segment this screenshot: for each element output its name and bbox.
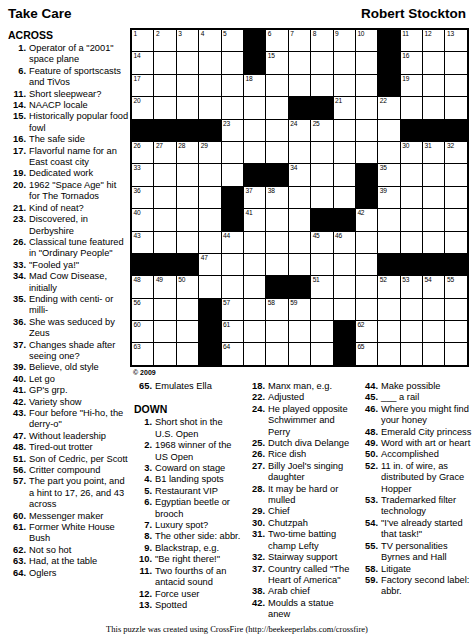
clue-item: 64.Oglers (8, 568, 129, 579)
black-cell-5-13 (401, 120, 422, 141)
cell-number: 20 (134, 97, 141, 105)
clue-number: 60. (8, 511, 29, 522)
cell-11-6[interactable] (244, 254, 265, 275)
cell-2-14[interactable] (423, 52, 444, 73)
cell-12-3[interactable]: 50 (177, 276, 198, 297)
cell-13-5[interactable]: 57 (222, 299, 243, 320)
cell-9-8[interactable] (289, 209, 310, 230)
cell-7-9[interactable] (311, 164, 332, 185)
cell-7-13[interactable] (401, 164, 422, 185)
clue-item: 58.Litigate (360, 564, 472, 575)
clue-text: Dutch diva Delange (268, 438, 356, 449)
clue-item: 49.Word with art or heart (360, 438, 472, 449)
cell-15-2[interactable] (154, 343, 175, 364)
cell-8-8[interactable] (289, 187, 310, 208)
cell-14-6[interactable] (244, 321, 265, 342)
cell-6-13[interactable]: 30 (401, 142, 422, 163)
cell-7-3[interactable] (177, 164, 198, 185)
clue-text: The other side: abbr. (155, 531, 242, 542)
cell-10-4[interactable] (199, 232, 220, 253)
cell-1-11[interactable]: 10 (356, 30, 377, 51)
cell-14-14[interactable] (423, 321, 444, 342)
clue-number: 42. (247, 598, 268, 621)
cell-12-5[interactable] (222, 276, 243, 297)
cell-12-15[interactable]: 55 (445, 276, 466, 297)
clue-item: 9.Blackstrap, e.g. (134, 543, 242, 554)
cell-number: 13 (447, 30, 454, 38)
cell-13-12[interactable] (378, 299, 399, 320)
author: Robert Stockton (361, 6, 466, 21)
cell-13-7[interactable]: 58 (266, 299, 287, 320)
cell-13-1[interactable]: 56 (132, 299, 153, 320)
cell-9-4[interactable] (199, 209, 220, 230)
cell-3-8[interactable] (289, 75, 310, 96)
black-cell-1-12 (378, 30, 399, 51)
cell-6-10[interactable] (334, 142, 355, 163)
cell-14-3[interactable] (177, 321, 198, 342)
cell-number: 57 (223, 299, 230, 307)
cell-10-7[interactable] (266, 232, 287, 253)
clue-number: 23. (8, 214, 29, 237)
cell-5-5[interactable]: 23 (222, 120, 243, 141)
cell-4-15[interactable] (445, 97, 466, 118)
clue-item: 42.Variety show (8, 397, 129, 408)
cell-4-14[interactable] (423, 97, 444, 118)
clue-item: 26.Classical tune featured in "Ordinary … (8, 237, 129, 260)
cell-10-11[interactable] (356, 232, 377, 253)
cell-14-1[interactable]: 60 (132, 321, 153, 342)
cell-4-11[interactable] (356, 97, 377, 118)
clue-item: 12.Force user (134, 589, 242, 600)
cell-number: 23 (223, 120, 230, 128)
clue-text: Adjusted (268, 392, 356, 403)
cell-4-6[interactable] (244, 97, 265, 118)
cell-11-7[interactable] (266, 254, 287, 275)
cell-8-6[interactable]: 37 (244, 187, 265, 208)
cell-6-4[interactable]: 29 (199, 142, 220, 163)
cell-1-10[interactable]: 9 (334, 30, 355, 51)
cell-11-8[interactable] (289, 254, 310, 275)
clue-item: 62.Not so hot (8, 545, 129, 556)
cell-10-6[interactable] (244, 232, 265, 253)
cell-14-7[interactable] (266, 321, 287, 342)
cell-13-13[interactable] (401, 299, 422, 320)
cell-2-13[interactable]: 16 (401, 52, 422, 73)
clue-item: 30.Chutzpah (247, 518, 356, 529)
cell-9-12[interactable] (378, 209, 399, 230)
down-clue-list-3: 44.Make possible45.___ a rail46.Where yo… (360, 381, 472, 598)
across-header: ACROSS (8, 29, 129, 41)
clue-number: 57. (8, 476, 29, 510)
clue-number: 47. (8, 431, 29, 442)
cell-3-9[interactable] (311, 75, 332, 96)
black-cell-11-14 (423, 254, 444, 275)
cell-15-7[interactable] (266, 343, 287, 364)
clue-number: 11. (134, 566, 155, 589)
cell-1-15[interactable]: 13 (445, 30, 466, 51)
clue-item: 42.Moulds a statue anew (247, 598, 356, 621)
clue-number: 15. (8, 111, 29, 134)
cell-13-10[interactable] (334, 299, 355, 320)
cell-number: 25 (313, 120, 320, 128)
cell-11-9[interactable] (311, 254, 332, 275)
cell-number: 36 (134, 187, 141, 195)
clue-item: 61.Former White House Bush (8, 522, 129, 545)
cell-11-11[interactable] (356, 254, 377, 275)
cell-8-9[interactable] (311, 187, 332, 208)
cell-8-2[interactable] (154, 187, 175, 208)
cell-14-13[interactable] (401, 321, 422, 342)
clue-text: It may be hard or mulled (268, 484, 356, 507)
clue-item: 47.Without leadership (8, 431, 129, 442)
clue-text: Let go (29, 374, 129, 385)
clue-number: 3. (134, 463, 155, 474)
cell-number: 29 (201, 142, 208, 150)
clue-item: 25.Dutch diva Delange (247, 438, 356, 449)
cell-1-5[interactable]: 5 (222, 30, 243, 51)
cell-3-1[interactable]: 17 (132, 75, 153, 96)
cell-6-11[interactable] (356, 142, 377, 163)
cell-8-13[interactable] (401, 187, 422, 208)
cell-13-3[interactable] (177, 299, 198, 320)
cell-5-11[interactable] (356, 120, 377, 141)
cell-9-6[interactable]: 41 (244, 209, 265, 230)
clue-item: 11.Two fourths of an antacid sound (134, 566, 242, 589)
cell-number: 11 (402, 30, 408, 38)
cell-10-13[interactable] (401, 232, 422, 253)
cell-7-14[interactable] (423, 164, 444, 185)
clue-item: 10."Be right there!" (134, 554, 242, 565)
cell-3-7[interactable] (266, 75, 287, 96)
cell-2-7[interactable]: 15 (266, 52, 287, 73)
cell-15-15[interactable] (445, 343, 466, 364)
across-clue-list-overflow: 65.Emulates Ella (134, 381, 242, 392)
clue-number: 45. (360, 392, 381, 403)
cell-6-1[interactable]: 26 (132, 142, 153, 163)
cell-10-9[interactable]: 45 (311, 232, 332, 253)
clue-column-2: 65.Emulates Ella DOWN 1.Short shot in th… (134, 381, 242, 611)
cell-6-9[interactable] (311, 142, 332, 163)
cell-6-5[interactable] (222, 142, 243, 163)
clue-number: 49. (360, 438, 381, 449)
cell-14-8[interactable] (289, 321, 310, 342)
cell-3-10[interactable] (334, 75, 355, 96)
cell-10-14[interactable] (423, 232, 444, 253)
clue-number: 53. (360, 495, 381, 518)
cell-7-12[interactable]: 35 (378, 164, 399, 185)
cell-1-1[interactable]: 1 (132, 30, 153, 51)
spacer (134, 392, 242, 403)
clue-item: 51.Son of Cedric, per Scott (8, 454, 129, 465)
black-cell-2-12 (378, 52, 399, 73)
cell-4-2[interactable] (154, 97, 175, 118)
cell-2-9[interactable] (311, 52, 332, 73)
cell-3-14[interactable] (423, 75, 444, 96)
cell-number: 41 (245, 209, 252, 217)
clue-item: 7.Luxury spot? (134, 520, 242, 531)
clue-item: 36.She was seduced by Zeus (8, 317, 129, 340)
cell-11-4[interactable]: 47 (199, 254, 220, 275)
clue-text: Not so hot (29, 545, 129, 556)
cell-1-7[interactable]: 6 (266, 30, 287, 51)
cell-15-12[interactable] (378, 343, 399, 364)
cell-7-10[interactable] (334, 164, 355, 185)
clue-item: 28.It may be hard or mulled (247, 484, 356, 507)
clue-text: "Fooled ya!" (29, 260, 129, 271)
cell-9-1[interactable]: 40 (132, 209, 153, 230)
cell-8-12[interactable]: 39 (378, 187, 399, 208)
cell-number: 39 (380, 187, 387, 195)
cell-5-9[interactable]: 25 (311, 120, 332, 141)
cell-number: 21 (335, 97, 342, 105)
cell-6-14[interactable]: 31 (423, 142, 444, 163)
cell-4-12[interactable]: 22 (378, 97, 399, 118)
cell-9-2[interactable] (154, 209, 175, 230)
cell-6-12[interactable] (378, 142, 399, 163)
clue-item: 3.Coward on stage (134, 463, 242, 474)
cell-6-8[interactable] (289, 142, 310, 163)
clue-item: 35.Ending with centi- or milli- (8, 294, 129, 317)
black-cell-7-7 (266, 164, 287, 185)
cell-12-10[interactable] (334, 276, 355, 297)
cell-4-3[interactable] (177, 97, 198, 118)
cell-13-15[interactable] (445, 299, 466, 320)
clue-number: 48. (8, 442, 29, 453)
cell-11-5[interactable] (222, 254, 243, 275)
cell-8-15[interactable] (445, 187, 466, 208)
clue-item: 5.Restaurant VIP (134, 486, 242, 497)
clue-text: Historically popular food fowl (29, 111, 129, 134)
clue-item: 43.Four before "Hi-ho, the derry-o" (8, 408, 129, 431)
cell-7-4[interactable] (199, 164, 220, 185)
cell-6-2[interactable]: 27 (154, 142, 175, 163)
cell-number: 15 (268, 52, 275, 60)
cell-number: 27 (156, 142, 163, 150)
cell-10-1[interactable]: 43 (132, 232, 153, 253)
cell-3-13[interactable]: 19 (401, 75, 422, 96)
clue-text: Egyptian beetle or brooch (155, 497, 242, 520)
cell-number: 37 (245, 187, 252, 195)
cell-1-2[interactable]: 2 (154, 30, 175, 51)
clue-number: 24. (247, 404, 268, 438)
cell-10-10[interactable]: 46 (334, 232, 355, 253)
cell-14-12[interactable] (378, 321, 399, 342)
clue-item: 56.Critter compound (8, 465, 129, 476)
cell-6-7[interactable] (266, 142, 287, 163)
cell-3-4[interactable] (199, 75, 220, 96)
cell-15-13[interactable] (401, 343, 422, 364)
cell-9-3[interactable] (177, 209, 198, 230)
clue-number: 18. (247, 381, 268, 392)
header: Take Care Robert Stockton (8, 6, 466, 21)
cell-4-1[interactable]: 20 (132, 97, 153, 118)
clue-number: 4. (134, 474, 155, 485)
cell-9-15[interactable] (445, 209, 466, 230)
clue-text: Had, at the table (29, 556, 129, 567)
cell-9-14[interactable] (423, 209, 444, 230)
clue-item: 45.___ a rail (360, 392, 472, 403)
cell-12-4[interactable] (199, 276, 220, 297)
cell-13-6[interactable] (244, 299, 265, 320)
cell-10-12[interactable] (378, 232, 399, 253)
cell-4-10[interactable]: 21 (334, 97, 355, 118)
cell-14-2[interactable] (154, 321, 175, 342)
cell-4-4[interactable] (199, 97, 220, 118)
cell-1-3[interactable]: 3 (177, 30, 198, 51)
cell-number: 28 (178, 142, 185, 150)
cell-10-5[interactable]: 44 (222, 232, 243, 253)
cell-10-8[interactable] (289, 232, 310, 253)
clue-item: 22.Adjusted (247, 392, 356, 403)
cell-15-3[interactable] (177, 343, 198, 364)
cell-3-2[interactable] (154, 75, 175, 96)
black-cell-14-10 (334, 321, 355, 342)
cell-8-1[interactable]: 36 (132, 187, 153, 208)
clue-text: Dedicated work (29, 168, 129, 179)
cell-9-13[interactable] (401, 209, 422, 230)
cell-7-2[interactable] (154, 164, 175, 185)
cell-15-14[interactable] (423, 343, 444, 364)
black-cell-5-14 (423, 120, 444, 141)
cell-4-7[interactable] (266, 97, 287, 118)
cell-10-3[interactable] (177, 232, 198, 253)
clue-item: 37.Changes shade after seeing one? (8, 340, 129, 363)
cell-number: 17 (134, 75, 141, 83)
cell-13-11[interactable] (356, 299, 377, 320)
cell-6-6[interactable] (244, 142, 265, 163)
clue-item: 48.Tired-out trotter (8, 442, 129, 453)
cell-12-1[interactable]: 48 (132, 276, 153, 297)
cell-5-8[interactable]: 24 (289, 120, 310, 141)
cell-15-6[interactable] (244, 343, 265, 364)
cell-number: 43 (134, 232, 141, 240)
cell-2-4[interactable] (199, 52, 220, 73)
across-clue-list: 1.Operator of a "2001" space plane6.Feat… (8, 43, 129, 579)
cell-6-15[interactable]: 32 (445, 142, 466, 163)
cell-13-2[interactable] (154, 299, 175, 320)
cell-12-12[interactable]: 52 (378, 276, 399, 297)
clue-item: 33."Fooled ya!" (8, 260, 129, 271)
cell-10-2[interactable] (154, 232, 175, 253)
cell-13-8[interactable]: 59 (289, 299, 310, 320)
clue-number: 40. (8, 374, 29, 385)
cell-8-14[interactable] (423, 187, 444, 208)
cell-2-10[interactable] (334, 52, 355, 73)
cell-number: 38 (268, 187, 275, 195)
cell-14-15[interactable] (445, 321, 466, 342)
cell-1-8[interactable]: 7 (289, 30, 310, 51)
cell-3-11[interactable] (356, 75, 377, 96)
clue-text: Country called "The Heart of America" (268, 564, 356, 587)
clue-text: Where you might find your honey (381, 404, 472, 427)
clue-number: 16. (8, 134, 29, 145)
clue-number: 59. (360, 575, 381, 598)
clue-number: 36. (8, 317, 29, 340)
cell-7-5[interactable] (222, 164, 243, 185)
clue-number: 22. (247, 392, 268, 403)
cell-2-2[interactable] (154, 52, 175, 73)
cell-2-3[interactable] (177, 52, 198, 73)
cell-5-6[interactable] (244, 120, 265, 141)
cell-14-9[interactable] (311, 321, 332, 342)
cell-2-1[interactable]: 14 (132, 52, 153, 73)
clue-number: 12. (134, 589, 155, 600)
cell-1-14[interactable]: 12 (423, 30, 444, 51)
cell-3-5[interactable] (222, 75, 243, 96)
cell-11-10[interactable] (334, 254, 355, 275)
cell-1-9[interactable]: 8 (311, 30, 332, 51)
cell-12-11[interactable] (356, 276, 377, 297)
cell-15-11[interactable]: 65 (356, 343, 377, 364)
clue-text: Chutzpah (268, 518, 356, 529)
cell-14-5[interactable]: 61 (222, 321, 243, 342)
cell-8-4[interactable] (199, 187, 220, 208)
cell-14-11[interactable]: 62 (356, 321, 377, 342)
cell-1-4[interactable]: 4 (199, 30, 220, 51)
clue-text: Accomplished (381, 449, 472, 460)
cell-5-7[interactable] (266, 120, 287, 141)
cell-15-5[interactable]: 64 (222, 343, 243, 364)
clue-text: Spotted (155, 600, 242, 611)
cell-4-5[interactable] (222, 97, 243, 118)
cell-3-15[interactable] (445, 75, 466, 96)
cell-5-12[interactable] (378, 120, 399, 141)
cell-6-3[interactable]: 28 (177, 142, 198, 163)
cell-2-5[interactable] (222, 52, 243, 73)
clue-text: "I've already started that task!" (381, 518, 472, 541)
cell-1-13[interactable]: 11 (401, 30, 422, 51)
cell-8-10[interactable] (334, 187, 355, 208)
cell-13-9[interactable] (311, 299, 332, 320)
cell-15-1[interactable]: 63 (132, 343, 153, 364)
down-clue-list-2: 18.Manx man, e.g.22.Adjusted24.He played… (247, 381, 356, 621)
cell-12-13[interactable]: 53 (401, 276, 422, 297)
cell-5-10[interactable] (334, 120, 355, 141)
cell-8-7[interactable]: 38 (266, 187, 287, 208)
clue-item: 2.1968 winner of the US Open (134, 440, 242, 463)
cell-9-7[interactable] (266, 209, 287, 230)
cell-12-6[interactable] (244, 276, 265, 297)
black-cell-15-10 (334, 343, 355, 364)
cell-3-6[interactable]: 18 (244, 75, 265, 96)
cell-12-14[interactable]: 54 (423, 276, 444, 297)
clue-text: Believe, old style (29, 362, 129, 373)
cell-8-3[interactable] (177, 187, 198, 208)
cell-9-11[interactable]: 42 (356, 209, 377, 230)
cell-4-13[interactable] (401, 97, 422, 118)
cell-12-2[interactable]: 49 (154, 276, 175, 297)
black-cell-5-2 (154, 120, 175, 141)
cell-7-1[interactable]: 33 (132, 164, 153, 185)
copyright-note: © 2009 (133, 369, 156, 376)
cell-13-14[interactable] (423, 299, 444, 320)
cell-3-3[interactable] (177, 75, 198, 96)
cell-2-8[interactable] (289, 52, 310, 73)
cell-number: 51 (313, 276, 320, 284)
clue-text: Litigate (381, 564, 472, 575)
cell-7-15[interactable] (445, 164, 466, 185)
cell-2-15[interactable] (445, 52, 466, 73)
cell-number: 49 (156, 276, 163, 284)
cell-12-9[interactable]: 51 (311, 276, 332, 297)
cell-15-9[interactable] (311, 343, 332, 364)
cell-7-8[interactable]: 34 (289, 164, 310, 185)
cell-2-11[interactable] (356, 52, 377, 73)
clue-text: Changes shade after seeing one? (29, 340, 129, 363)
clue-number: 54. (360, 518, 381, 541)
cell-15-8[interactable] (289, 343, 310, 364)
cell-10-15[interactable] (445, 232, 466, 253)
